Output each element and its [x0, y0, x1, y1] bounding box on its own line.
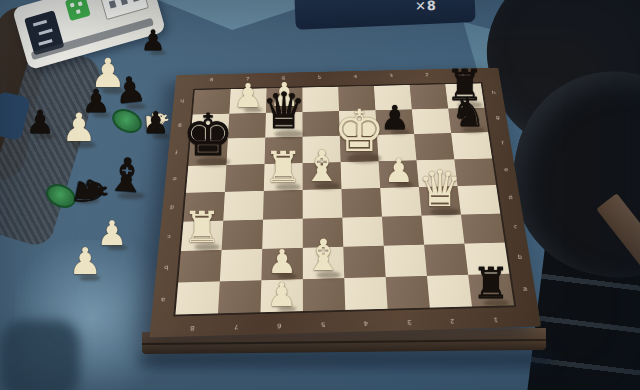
square-f2 — [414, 133, 454, 160]
label-rank-bottom-1: 1 — [492, 316, 497, 323]
square-c1 — [461, 213, 505, 243]
label-file-left-d: d — [170, 204, 175, 210]
square-a5 — [303, 278, 345, 311]
label-file-right-h: h — [492, 91, 496, 96]
label-rank-top-4: 4 — [353, 75, 357, 80]
label-rank-top-3: 3 — [389, 74, 393, 79]
label-rank-top-5: 5 — [318, 76, 322, 81]
square-h2 — [410, 84, 449, 109]
clock-logo-icon — [65, 0, 91, 21]
label-rank-bottom-6: 6 — [277, 322, 282, 329]
square-d7 — [223, 191, 264, 220]
square-d6 — [263, 190, 303, 219]
label-file-left-a: a — [161, 296, 166, 302]
label-rank-bottom-5: 5 — [320, 321, 325, 328]
clock-right-display — [100, 0, 149, 20]
black-queen-g6: ♛ — [261, 86, 306, 136]
white-bishop-e5: ♝ — [303, 145, 342, 188]
label-file-right-b: b — [517, 255, 522, 261]
square-b8 — [178, 250, 221, 282]
white-queen-d2: ♛ — [417, 164, 462, 214]
label-rank-top-2: 2 — [425, 73, 429, 78]
square-d1 — [458, 185, 501, 214]
white-pawn-h7: ♟ — [233, 79, 263, 112]
black-pawn-captured: ♟ — [113, 71, 148, 109]
square-f1 — [451, 132, 492, 159]
white-pawn-captured: ♟ — [62, 108, 97, 147]
square-a4 — [344, 277, 387, 310]
white-pawn-captured: ♟ — [68, 243, 101, 280]
square-d4 — [341, 188, 381, 217]
label-rank-top-8: 8 — [210, 78, 214, 83]
square-d3 — [380, 187, 421, 216]
square-b3 — [384, 245, 427, 277]
black-knight-g1: ♞ — [451, 93, 486, 132]
label-rank-bottom-7: 7 — [234, 323, 239, 330]
square-c7 — [222, 219, 263, 250]
black-king-f8: ♚ — [182, 106, 234, 164]
label-file-left-c: c — [167, 233, 171, 239]
label-file-right-a: a — [523, 286, 528, 292]
neighboring-board-bag: ✕8 — [294, 0, 475, 30]
white-rook-e6: ♜ — [264, 146, 303, 189]
black-rook-a1: ♜ — [472, 262, 511, 305]
square-b4 — [343, 246, 385, 278]
label-file-right-d: d — [508, 195, 513, 200]
label-file-right-f: f — [501, 141, 504, 146]
white-pawn-e3: ♟ — [384, 154, 414, 187]
label-file-right-e: e — [504, 168, 509, 173]
square-c4 — [342, 216, 383, 247]
square-a2 — [427, 274, 472, 307]
black-pawn-captured: ♟ — [26, 106, 55, 138]
label-rank-bottom-4: 4 — [363, 319, 368, 326]
white-bishop-b5: ♝ — [304, 234, 343, 277]
square-c2 — [421, 214, 464, 244]
label-rank-bottom-8: 8 — [190, 324, 195, 331]
label-rank-bottom-2: 2 — [450, 317, 455, 324]
black-pawn-captured: ♟ — [143, 108, 170, 138]
white-rook-c8: ♜ — [183, 206, 222, 249]
photo-stage: ✕8 8765432187654321hgfedcbahgfedcba ♜♚♟♟… — [0, 0, 640, 390]
square-d5 — [303, 189, 343, 218]
square-a7 — [218, 280, 261, 314]
bag-logo: ✕8 — [415, 0, 438, 14]
carpet-shadow — [0, 320, 80, 390]
label-file-left-b: b — [164, 264, 169, 270]
black-pawn-captured: ♟ — [140, 27, 165, 55]
square-a3 — [386, 275, 430, 308]
white-pawn-a6: ♟ — [267, 278, 297, 311]
label-file-left-e: e — [173, 176, 177, 181]
board-fold-seam — [142, 339, 546, 345]
white-pawn-b6: ♟ — [267, 245, 297, 278]
label-rank-bottom-3: 3 — [407, 318, 412, 325]
label-file-left-f: f — [175, 149, 178, 154]
label-file-right-g: g — [495, 115, 500, 120]
square-b2 — [424, 244, 468, 276]
square-g2 — [412, 108, 451, 134]
square-c3 — [382, 215, 424, 246]
label-file-right-c: c — [513, 224, 517, 230]
square-b7 — [220, 249, 262, 281]
square-a8 — [175, 281, 219, 315]
black-knight-captured-lying: ♞ — [67, 169, 116, 215]
